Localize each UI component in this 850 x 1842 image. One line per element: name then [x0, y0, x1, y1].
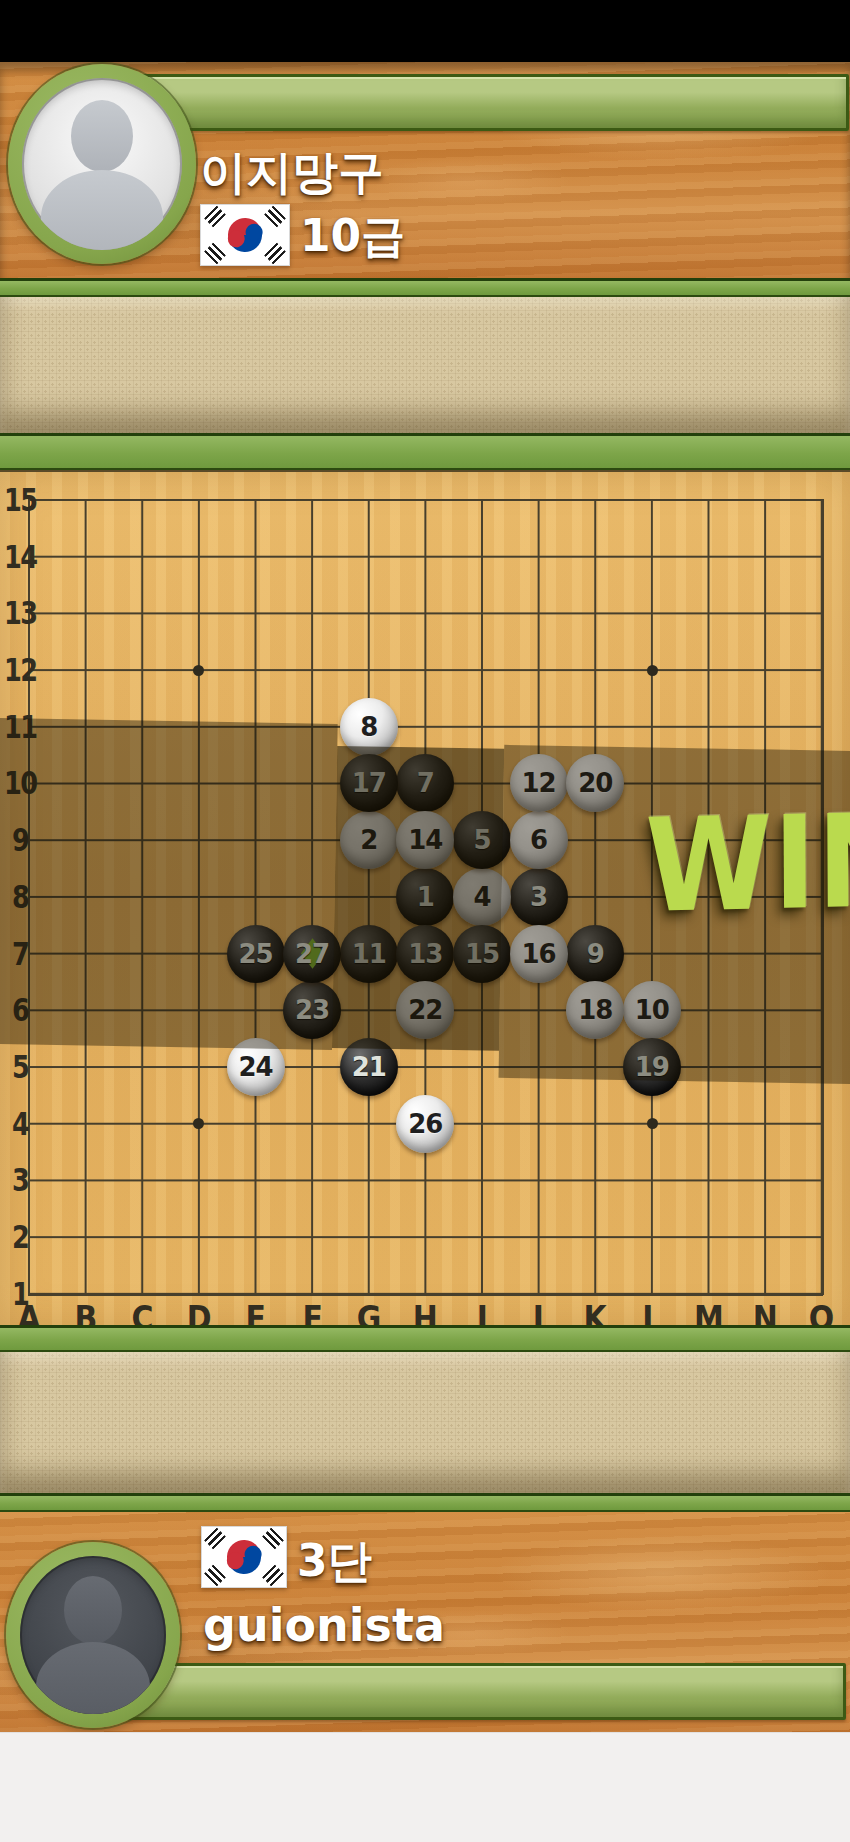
stone-24-E5: 24	[227, 1038, 285, 1096]
stone-19-L5: 19	[623, 1038, 681, 1096]
stone-8-G11: 8	[340, 698, 398, 756]
stone-23-F6: 23	[283, 981, 341, 1039]
stone-6-J9: 6	[510, 811, 568, 869]
stone-12-J10: 12	[510, 754, 568, 812]
stone-number: 13	[408, 939, 442, 969]
trigram-icon	[264, 206, 286, 228]
stone-number: 11	[352, 939, 386, 969]
taeguk-symbol	[222, 1535, 266, 1579]
stone-22-H6: 22	[396, 981, 454, 1039]
green-bar-top-2	[0, 433, 850, 470]
stone-number: 8	[360, 712, 377, 742]
stone-number: 25	[238, 939, 272, 969]
stone-13-H7: 13	[396, 925, 454, 983]
trigram-icon	[262, 1528, 284, 1550]
stone-1-H8: 1	[396, 868, 454, 926]
stone-10-L6: 10	[623, 981, 681, 1039]
stone-number: 7	[417, 768, 434, 798]
green-bar-top-1	[0, 278, 850, 297]
stone-number: 10	[635, 995, 669, 1025]
stone-number: 16	[522, 939, 556, 969]
stone-number: 15	[465, 939, 499, 969]
stone-number: 9	[587, 939, 604, 969]
stone-17-G10: 17	[340, 754, 398, 812]
stone-number: 18	[578, 995, 612, 1025]
top-player-name: 이지망구	[200, 142, 384, 204]
stone-number: 12	[522, 768, 556, 798]
android-nav-bar	[0, 1732, 850, 1842]
stone-number: 3	[530, 882, 547, 912]
stone-4-I8: 4	[453, 868, 511, 926]
app-screen: 이지망구 10급 151413121110987654321 ABCDEFGHI…	[0, 0, 850, 1842]
top-player-rank: 10급	[300, 207, 405, 266]
stone-9-K7: 9	[566, 925, 624, 983]
stone-number: 6	[530, 825, 547, 855]
stone-26-H4: 26	[396, 1095, 454, 1153]
stone-3-J8: 3	[510, 868, 568, 926]
stone-20-K10: 20	[566, 754, 624, 812]
bottom-player-section: 3단 guionista	[0, 1512, 850, 1732]
stone-21-G5: 21	[340, 1038, 398, 1096]
top-player-section: 이지망구 10급	[0, 62, 850, 278]
bottom-player-name: guionista	[203, 1598, 445, 1652]
stone-14-H9: 14	[396, 811, 454, 869]
trigram-icon	[262, 1565, 284, 1587]
stone-number: 4	[473, 882, 490, 912]
trigram-icon	[204, 243, 226, 265]
bottom-player-avatar	[6, 1542, 180, 1728]
stone-number: 24	[238, 1052, 272, 1082]
status-bar	[0, 0, 850, 62]
stone-number: 5	[473, 825, 490, 855]
stone-7-H10: 7	[396, 754, 454, 812]
beige-panel-top	[0, 297, 850, 433]
stone-number: 14	[408, 825, 442, 855]
stone-number: 22	[408, 995, 442, 1025]
bottom-player-nameplate	[90, 1663, 846, 1720]
bottom-player-rank: 3단	[297, 1532, 372, 1591]
green-bar-bottom-1	[0, 1325, 850, 1352]
kr-flag-icon	[201, 1526, 287, 1588]
win-banner: WIN	[645, 796, 850, 930]
stone-number: 21	[352, 1052, 386, 1082]
trigram-icon	[264, 243, 286, 265]
stone-18-K6: 18	[566, 981, 624, 1039]
stone-15-I7: 15	[453, 925, 511, 983]
trigram-icon	[204, 206, 226, 228]
kr-flag-icon	[200, 204, 290, 266]
stone-number: 26	[408, 1109, 442, 1139]
taeguk-symbol	[223, 213, 267, 257]
stone-number: 27	[295, 939, 329, 969]
stone-2-G9: 2	[340, 811, 398, 869]
stone-number: 20	[578, 768, 612, 798]
trigram-icon	[204, 1565, 226, 1587]
stone-number: 19	[635, 1052, 669, 1082]
green-bar-bottom-2	[0, 1493, 850, 1512]
stone-25-E7: 25	[227, 925, 285, 983]
stone-number: 17	[352, 768, 386, 798]
stone-number: 2	[360, 825, 377, 855]
stone-5-I9: 5	[453, 811, 511, 869]
person-silhouette-icon	[20, 1556, 166, 1714]
beige-panel-bottom	[0, 1352, 850, 1493]
stone-27-F7: 27	[283, 925, 341, 983]
board-panel: 151413121110987654321 ABCDEFGHIJKLMNO 12…	[0, 470, 850, 1327]
trigram-icon	[204, 1528, 226, 1550]
stone-number: 23	[295, 995, 329, 1025]
stone-number: 1	[417, 882, 434, 912]
stone-16-J7: 16	[510, 925, 568, 983]
stone-11-G7: 11	[340, 925, 398, 983]
top-player-avatar	[8, 64, 196, 264]
person-silhouette-icon	[22, 78, 182, 250]
